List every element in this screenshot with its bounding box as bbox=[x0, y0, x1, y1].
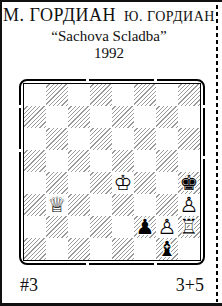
square-h2: ♖ bbox=[178, 216, 200, 238]
chess-board: ♔♚♕♙♟♙♖♝ bbox=[24, 84, 200, 260]
square-c1 bbox=[68, 238, 90, 260]
square-d7 bbox=[90, 106, 112, 128]
square-a8 bbox=[24, 84, 46, 106]
square-d1 bbox=[90, 238, 112, 260]
square-e3 bbox=[112, 194, 134, 216]
square-f2: ♟ bbox=[134, 216, 156, 238]
square-g2: ♙ bbox=[156, 216, 178, 238]
square-b7 bbox=[46, 106, 68, 128]
square-b2 bbox=[46, 216, 68, 238]
square-b5 bbox=[46, 150, 68, 172]
square-g1: ♝ bbox=[156, 238, 178, 260]
white-rook-h2: ♖ bbox=[180, 216, 199, 238]
author-secondary: Ю. ГОРДИАН bbox=[124, 9, 215, 24]
author-primary: М. ГОРДИАН bbox=[3, 5, 116, 25]
square-c2 bbox=[68, 216, 90, 238]
frame-joint bbox=[154, 263, 157, 265]
frame-joint bbox=[86, 79, 89, 81]
board-inner-border: ♔♚♕♙♟♙♖♝ bbox=[23, 83, 201, 261]
publication-year: 1992 bbox=[2, 45, 216, 62]
frame-joint bbox=[203, 105, 205, 108]
square-d3 bbox=[90, 194, 112, 216]
square-b6 bbox=[46, 128, 68, 150]
square-g3 bbox=[156, 194, 178, 216]
square-h6 bbox=[178, 128, 200, 150]
black-bishop-g1: ♝ bbox=[158, 238, 177, 260]
square-c3 bbox=[68, 194, 90, 216]
square-e1 bbox=[112, 238, 134, 260]
square-d5 bbox=[90, 150, 112, 172]
square-f6 bbox=[134, 128, 156, 150]
black-king-h4: ♚ bbox=[180, 172, 199, 194]
square-c8 bbox=[68, 84, 90, 106]
square-b8 bbox=[46, 84, 68, 106]
square-d4 bbox=[90, 172, 112, 194]
square-a6 bbox=[24, 128, 46, 150]
square-h1 bbox=[178, 238, 200, 260]
square-c6 bbox=[68, 128, 90, 150]
square-e8 bbox=[112, 84, 134, 106]
square-a4 bbox=[24, 172, 46, 194]
square-e7 bbox=[112, 106, 134, 128]
square-h8 bbox=[178, 84, 200, 106]
square-a2 bbox=[24, 216, 46, 238]
square-b4 bbox=[46, 172, 68, 194]
square-d6 bbox=[90, 128, 112, 150]
white-pawn-h3: ♙ bbox=[180, 194, 199, 216]
square-g5 bbox=[156, 150, 178, 172]
square-a7 bbox=[24, 106, 46, 128]
square-f5 bbox=[134, 150, 156, 172]
black-pawn-f2: ♟ bbox=[136, 216, 155, 238]
square-g8 bbox=[156, 84, 178, 106]
frame-joint bbox=[154, 79, 157, 81]
square-h3: ♙ bbox=[178, 194, 200, 216]
square-g4 bbox=[156, 172, 178, 194]
square-h7 bbox=[178, 106, 200, 128]
square-a1 bbox=[24, 238, 46, 260]
square-f4 bbox=[134, 172, 156, 194]
frame-joint bbox=[86, 263, 89, 265]
chess-problem-clipping: М. ГОРДИАН Ю. ГОРДИАН “Sachova Scladba” … bbox=[0, 0, 222, 306]
square-f1 bbox=[134, 238, 156, 260]
piece-count-label: 3+5 bbox=[176, 275, 204, 296]
square-d8 bbox=[90, 84, 112, 106]
square-c7 bbox=[68, 106, 90, 128]
square-e4: ♔ bbox=[112, 172, 134, 194]
square-e2 bbox=[112, 216, 134, 238]
caption-row: #3 3+5 bbox=[20, 275, 204, 296]
square-e6 bbox=[112, 128, 134, 150]
square-f8 bbox=[134, 84, 156, 106]
square-g6 bbox=[156, 128, 178, 150]
square-b3: ♕ bbox=[46, 194, 68, 216]
white-king-e4: ♔ bbox=[114, 172, 133, 194]
header: М. ГОРДИАН Ю. ГОРДИАН “Sachova Scladba” … bbox=[2, 6, 216, 62]
square-c5 bbox=[68, 150, 90, 172]
square-h4: ♚ bbox=[178, 172, 200, 194]
square-c4 bbox=[68, 172, 90, 194]
square-h5 bbox=[178, 150, 200, 172]
square-f7 bbox=[134, 106, 156, 128]
frame-joint bbox=[19, 105, 21, 108]
source-title: “Sachova Scladba” bbox=[2, 28, 216, 45]
white-queen-b3: ♕ bbox=[48, 194, 67, 216]
authors-line: М. ГОРДИАН Ю. ГОРДИАН bbox=[2, 6, 216, 26]
square-a5 bbox=[24, 150, 46, 172]
stipulation-label: #3 bbox=[20, 275, 38, 296]
square-e5 bbox=[112, 150, 134, 172]
square-a3 bbox=[24, 194, 46, 216]
square-b1 bbox=[46, 238, 68, 260]
chess-board-frame: ♔♚♕♙♟♙♖♝ bbox=[19, 79, 205, 265]
white-pawn-g2: ♙ bbox=[158, 216, 177, 238]
frame-joint bbox=[203, 156, 205, 159]
square-f3 bbox=[134, 194, 156, 216]
frame-joint bbox=[19, 149, 21, 152]
square-g7 bbox=[156, 106, 178, 128]
square-d2 bbox=[90, 216, 112, 238]
dashed-cut-line bbox=[216, 5, 218, 302]
